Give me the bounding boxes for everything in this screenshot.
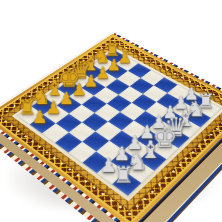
square[interactable]: [56, 114, 82, 133]
square[interactable]: [94, 87, 119, 104]
piece-white-rook[interactable]: ♜: [113, 163, 134, 186]
chess-set-photo: ♜♟♟♜♞♟♟♞♝♟♟♝♛♟♟♛♚♟♟♚♝♟♟♝♞♟♟♞♜♟♟♜: [0, 0, 222, 222]
piece-black-pawn[interactable]: ♟: [30, 109, 49, 127]
square[interactable]: [107, 95, 132, 112]
scene: ♜♟♟♜♞♟♟♞♝♟♟♝♛♟♟♛♚♟♟♚♝♟♟♝♞♟♟♞♜♟♟♜: [0, 0, 222, 222]
